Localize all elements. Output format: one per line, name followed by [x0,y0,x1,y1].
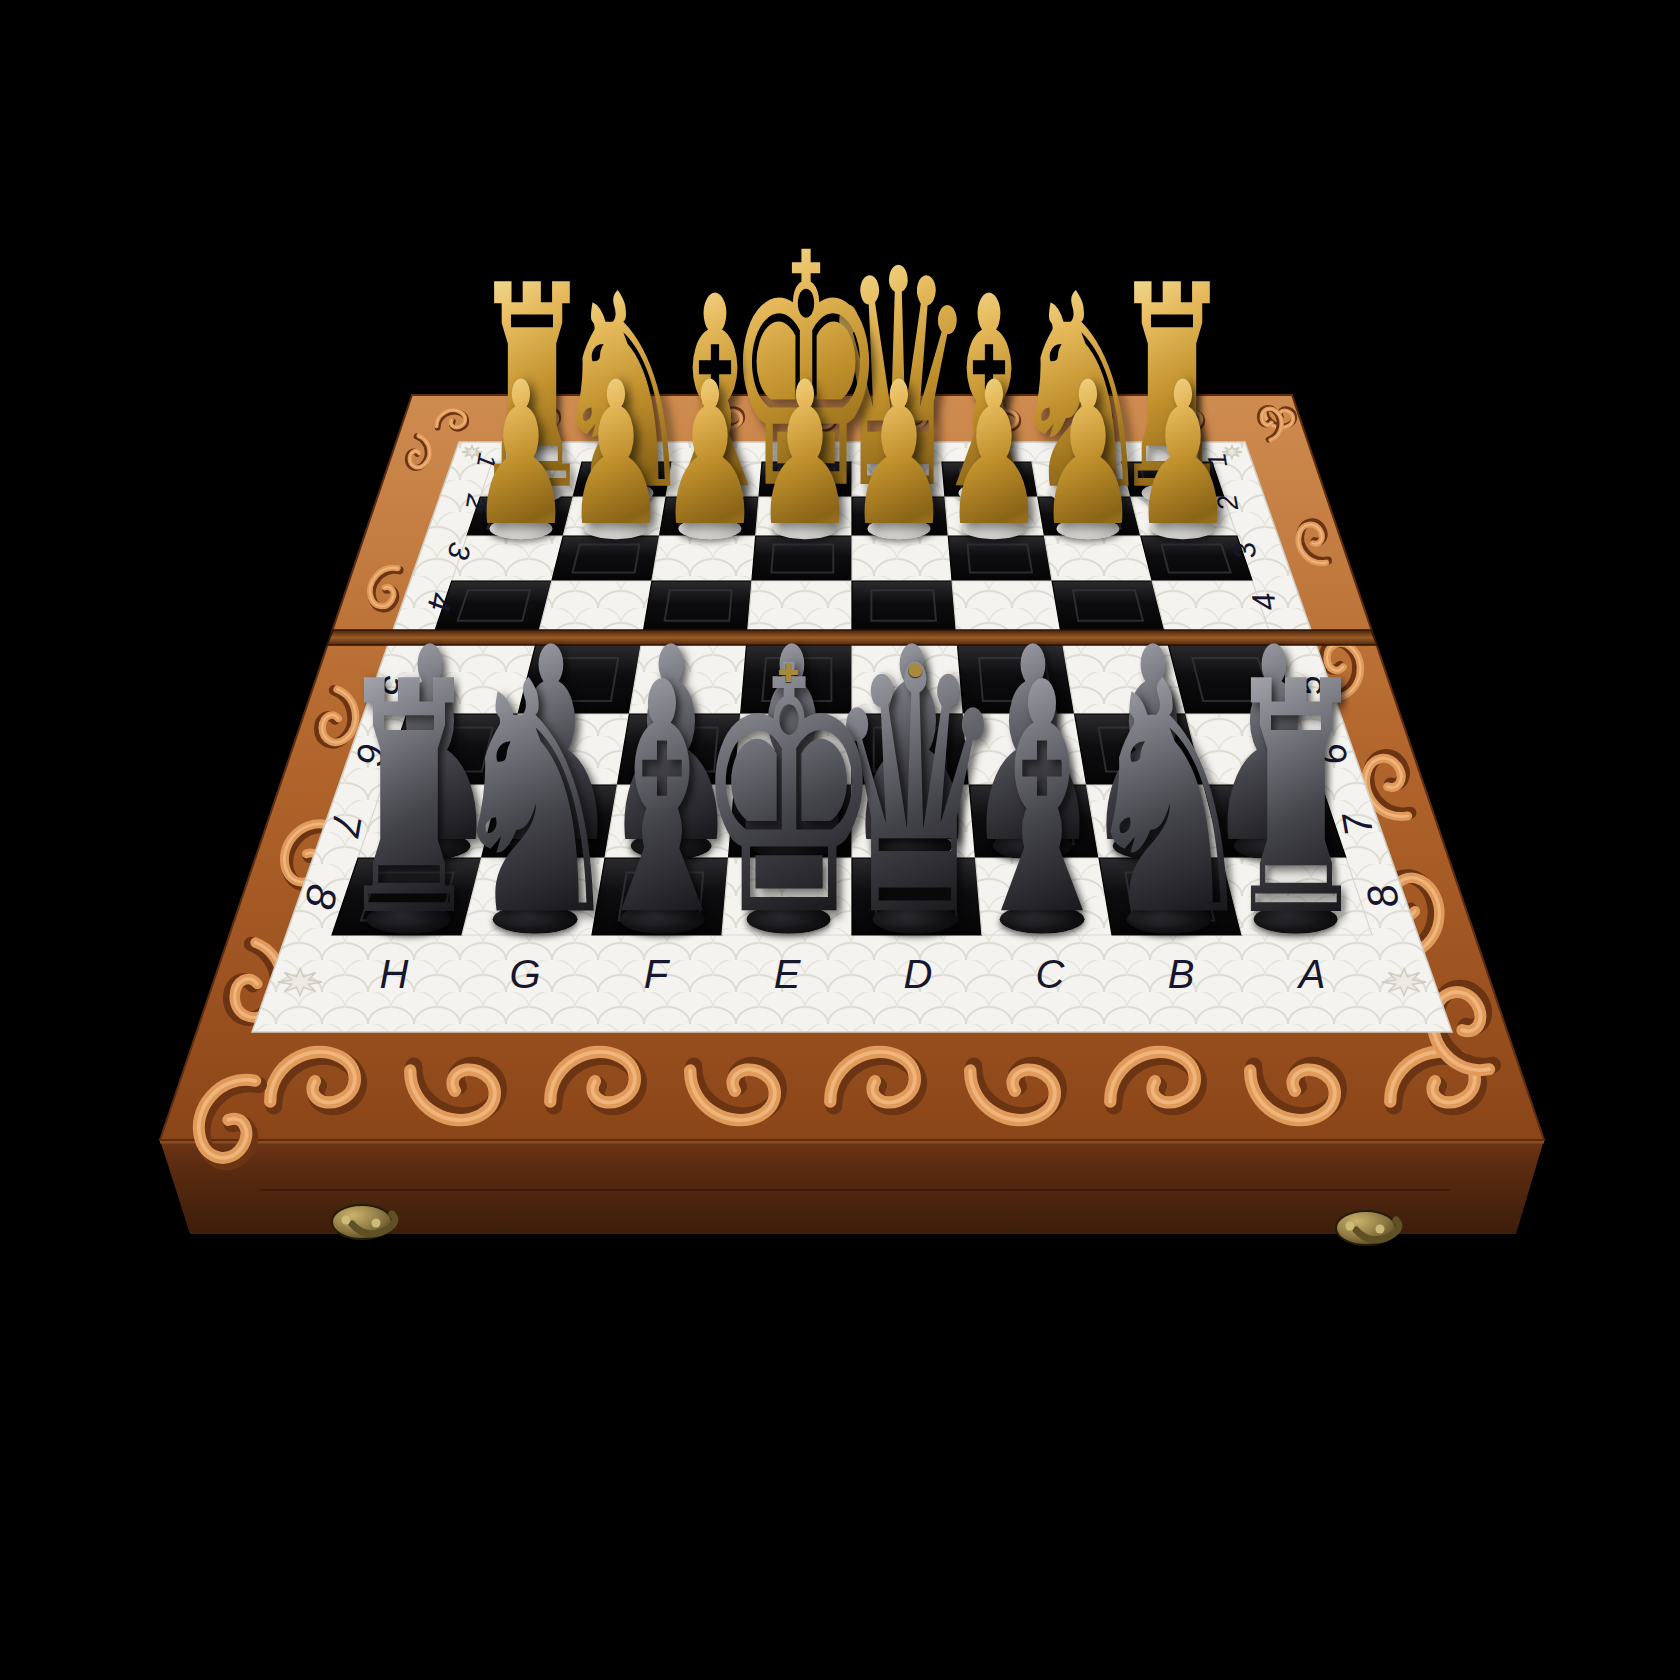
pawn-icon: ♟ [848,356,951,554]
chess-box-photo: HGFEDCBA1122334455667788 ♜♞♝♛♚♝♞♜♟♟♟♟♟♟♟… [0,0,1680,1680]
pawn-icon: ♟ [564,356,667,554]
pawn-icon: ♟ [753,356,856,554]
pawn-icon: ♟ [1037,356,1140,554]
corner-star-ornament [278,968,322,995]
rook-icon: ♜ [337,640,480,960]
corner-star-ornament [1382,968,1426,995]
pawn-icon: ♟ [659,356,762,554]
pawn-icon: ♟ [470,356,573,554]
queen-knob-finial-icon: ● [908,660,924,678]
pawn-icon: ♟ [1132,356,1235,554]
king-cross-finial-icon: ✚ [778,660,800,686]
pawn-icon: ♟ [942,356,1045,554]
